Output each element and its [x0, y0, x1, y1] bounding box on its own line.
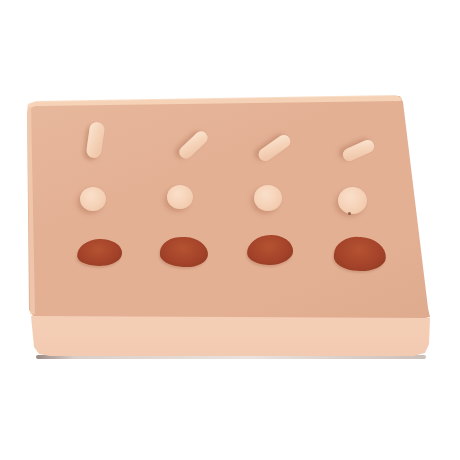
elongated-bump [85, 121, 105, 159]
elongated-bump [256, 132, 293, 163]
round-bump [167, 185, 193, 209]
round-bump [338, 187, 367, 214]
dark-spot [246, 234, 293, 266]
round-bump [80, 187, 106, 211]
speck [348, 212, 351, 215]
elongated-bump [340, 137, 375, 162]
dark-spot [76, 237, 122, 266]
elongated-bump [176, 129, 210, 162]
dark-spot [159, 236, 208, 268]
features-layer [0, 0, 460, 460]
dark-spot [333, 236, 387, 273]
product-photo [0, 0, 460, 460]
round-bump [254, 185, 282, 211]
